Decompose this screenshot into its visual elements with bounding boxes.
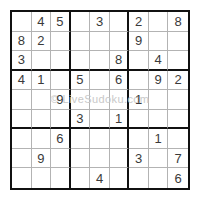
cell-r3c9[interactable] [168, 51, 188, 71]
cell-r5c9[interactable] [168, 90, 188, 110]
cell-r5c8[interactable] [149, 90, 169, 110]
cell-r7c1[interactable] [12, 129, 32, 149]
given-digit: 1 [37, 73, 44, 86]
given-digit: 1 [115, 112, 122, 125]
cell-r3c6[interactable]: 8 [110, 51, 130, 71]
cell-r7c7[interactable] [129, 129, 149, 149]
cell-r2c7[interactable]: 9 [129, 32, 149, 52]
cell-r3c5[interactable] [90, 51, 110, 71]
cell-r8c8[interactable] [149, 149, 169, 169]
cell-r9c2[interactable] [32, 168, 52, 188]
given-digit: 9 [155, 73, 162, 86]
given-digit: 9 [37, 152, 44, 165]
given-digit: 2 [175, 73, 182, 86]
cell-r1c8[interactable] [149, 12, 169, 32]
cell-r1c1[interactable] [12, 12, 32, 32]
cell-r4c9[interactable]: 2 [168, 71, 188, 91]
cell-r9c1[interactable] [12, 168, 32, 188]
given-digit: 8 [175, 15, 182, 28]
cell-r6c7[interactable] [129, 110, 149, 130]
cell-r4c4[interactable]: 5 [71, 71, 91, 91]
cell-r8c5[interactable] [90, 149, 110, 169]
cell-r4c6[interactable]: 6 [110, 71, 130, 91]
cell-r2c6[interactable] [110, 32, 130, 52]
cell-r7c6[interactable] [110, 129, 130, 149]
cell-r9c9[interactable]: 6 [168, 168, 188, 188]
cell-r4c5[interactable] [90, 71, 110, 91]
cell-r9c4[interactable] [71, 168, 91, 188]
cell-r7c9[interactable] [168, 129, 188, 149]
given-digit: 9 [56, 93, 63, 106]
given-digit: 6 [175, 172, 182, 185]
cell-r4c2[interactable]: 1 [32, 71, 52, 91]
given-digit: 2 [37, 34, 44, 47]
given-digit: 1 [135, 93, 142, 106]
cell-r6c4[interactable]: 3 [71, 110, 91, 130]
cell-r5c1[interactable] [12, 90, 32, 110]
cell-r3c1[interactable]: 3 [12, 51, 32, 71]
cell-r7c5[interactable] [90, 129, 110, 149]
cell-r1c2[interactable]: 4 [32, 12, 52, 32]
cell-r9c3[interactable] [51, 168, 71, 188]
cell-r5c4[interactable] [71, 90, 91, 110]
cell-r2c5[interactable] [90, 32, 110, 52]
cell-r7c4[interactable] [71, 129, 91, 149]
cell-r6c8[interactable] [149, 110, 169, 130]
given-digit: 4 [96, 172, 103, 185]
cell-r5c3[interactable]: 9 [51, 90, 71, 110]
sudoku-board: 4532882938441569291316193746 © LiveSudok… [10, 10, 190, 190]
cell-r6c3[interactable] [51, 110, 71, 130]
cell-r9c7[interactable] [129, 168, 149, 188]
given-digit: 9 [135, 34, 142, 47]
given-digit: 3 [18, 53, 25, 66]
cell-r3c3[interactable] [51, 51, 71, 71]
cell-r2c3[interactable] [51, 32, 71, 52]
cell-r3c4[interactable] [71, 51, 91, 71]
given-digit: 1 [155, 132, 162, 145]
given-digit: 8 [18, 34, 25, 47]
cell-r3c2[interactable] [32, 51, 52, 71]
cell-r2c1[interactable]: 8 [12, 32, 32, 52]
cell-r1c3[interactable]: 5 [51, 12, 71, 32]
cell-r7c3[interactable]: 6 [51, 129, 71, 149]
cell-r8c1[interactable] [12, 149, 32, 169]
cell-r6c9[interactable] [168, 110, 188, 130]
cell-r8c9[interactable]: 7 [168, 149, 188, 169]
given-digit: 5 [76, 73, 83, 86]
given-digit: 3 [135, 152, 142, 165]
cell-r2c4[interactable] [71, 32, 91, 52]
cell-r5c6[interactable] [110, 90, 130, 110]
cell-r9c6[interactable] [110, 168, 130, 188]
cell-r7c2[interactable] [32, 129, 52, 149]
cell-r1c9[interactable]: 8 [168, 12, 188, 32]
given-digit: 8 [115, 53, 122, 66]
cell-r6c6[interactable]: 1 [110, 110, 130, 130]
cell-r2c2[interactable]: 2 [32, 32, 52, 52]
cell-r8c3[interactable] [51, 149, 71, 169]
cell-r3c8[interactable]: 4 [149, 51, 169, 71]
cell-r8c2[interactable]: 9 [32, 149, 52, 169]
given-digit: 3 [76, 112, 83, 125]
given-digit: 5 [56, 15, 63, 28]
cell-r7c8[interactable]: 1 [149, 129, 169, 149]
cell-r6c2[interactable] [32, 110, 52, 130]
cell-r1c4[interactable] [71, 12, 91, 32]
given-digit: 2 [135, 15, 142, 28]
cell-r8c7[interactable]: 3 [129, 149, 149, 169]
given-digit: 4 [37, 15, 44, 28]
cell-r4c8[interactable]: 9 [149, 71, 169, 91]
cell-r6c5[interactable] [90, 110, 110, 130]
cell-r2c9[interactable] [168, 32, 188, 52]
cell-r3c7[interactable] [129, 51, 149, 71]
given-digit: 4 [18, 73, 25, 86]
sudoku-grid: 4532882938441569291316193746 [10, 10, 190, 190]
cell-r4c3[interactable] [51, 71, 71, 91]
given-digit: 6 [115, 73, 122, 86]
cell-r5c5[interactable] [90, 90, 110, 110]
cell-r1c6[interactable] [110, 12, 130, 32]
given-digit: 3 [96, 15, 103, 28]
cell-r5c2[interactable] [32, 90, 52, 110]
cell-r6c1[interactable] [12, 110, 32, 130]
cell-r4c1[interactable]: 4 [12, 71, 32, 91]
cell-r9c8[interactable] [149, 168, 169, 188]
given-digit: 7 [175, 152, 182, 165]
cell-r2c8[interactable] [149, 32, 169, 52]
cell-r5c7[interactable]: 1 [129, 90, 149, 110]
given-digit: 4 [155, 53, 162, 66]
cell-r1c7[interactable]: 2 [129, 12, 149, 32]
cell-r1c5[interactable]: 3 [90, 12, 110, 32]
cell-r8c6[interactable] [110, 149, 130, 169]
given-digit: 6 [56, 132, 63, 145]
cell-r9c5[interactable]: 4 [90, 168, 110, 188]
cell-r4c7[interactable] [129, 71, 149, 91]
cell-r8c4[interactable] [71, 149, 91, 169]
